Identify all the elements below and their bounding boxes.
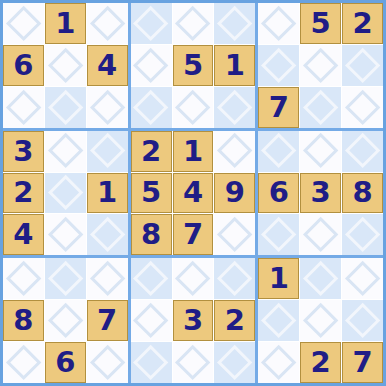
cell-r7c1[interactable] bbox=[3, 258, 44, 299]
cell-r5c9: 8 bbox=[342, 173, 383, 214]
cell-r4c1: 3 bbox=[3, 131, 44, 172]
diamond-icon bbox=[345, 47, 381, 83]
cell-r1c4[interactable] bbox=[131, 3, 172, 44]
diamond-icon bbox=[133, 345, 169, 381]
cell-r2c7[interactable] bbox=[258, 45, 299, 86]
cell-r9c7[interactable] bbox=[258, 342, 299, 383]
box-r2c2: 2154987 bbox=[131, 131, 256, 256]
sudoku-board: 164515273214215498763887632127 bbox=[0, 0, 386, 386]
cell-r7c8[interactable] bbox=[300, 258, 341, 299]
diamond-icon bbox=[261, 47, 297, 83]
cell-r8c5: 3 bbox=[173, 300, 214, 341]
cell-r8c3: 7 bbox=[87, 300, 128, 341]
diamond-icon bbox=[6, 261, 42, 297]
diamond-icon bbox=[303, 89, 339, 125]
cell-r7c5[interactable] bbox=[173, 258, 214, 299]
cell-r1c7[interactable] bbox=[258, 3, 299, 44]
diamond-icon bbox=[345, 217, 381, 253]
cell-r1c2: 1 bbox=[45, 3, 86, 44]
diamond-icon bbox=[217, 133, 253, 169]
cell-r8c1: 8 bbox=[3, 300, 44, 341]
diamond-icon bbox=[217, 217, 253, 253]
cell-r2c2[interactable] bbox=[45, 45, 86, 86]
cell-r6c5: 7 bbox=[173, 214, 214, 255]
cell-r1c9: 2 bbox=[342, 3, 383, 44]
diamond-icon bbox=[261, 345, 297, 381]
diamond-icon bbox=[133, 89, 169, 125]
cell-r4c7[interactable] bbox=[258, 131, 299, 172]
cell-r5c6: 9 bbox=[214, 173, 255, 214]
diamond-icon bbox=[303, 217, 339, 253]
cell-r9c1[interactable] bbox=[3, 342, 44, 383]
box-r1c2: 51 bbox=[131, 3, 256, 128]
box-r2c1: 3214 bbox=[3, 131, 128, 256]
cell-r5c7: 6 bbox=[258, 173, 299, 214]
diamond-icon bbox=[89, 345, 125, 381]
cell-r4c5: 1 bbox=[173, 131, 214, 172]
cell-r3c6[interactable] bbox=[214, 87, 255, 128]
box-r1c3: 527 bbox=[258, 3, 383, 128]
cell-r4c6[interactable] bbox=[214, 131, 255, 172]
cell-r9c6[interactable] bbox=[214, 342, 255, 383]
diamond-icon bbox=[47, 133, 83, 169]
diamond-icon bbox=[89, 6, 125, 42]
cell-r6c4: 8 bbox=[131, 214, 172, 255]
diamond-icon bbox=[261, 6, 297, 42]
cell-r1c1[interactable] bbox=[3, 3, 44, 44]
cell-r1c3[interactable] bbox=[87, 3, 128, 44]
diamond-icon bbox=[345, 303, 381, 339]
diamond-icon bbox=[133, 47, 169, 83]
cell-r6c1: 4 bbox=[3, 214, 44, 255]
box-r2c3: 638 bbox=[258, 131, 383, 256]
cell-r8c4[interactable] bbox=[131, 300, 172, 341]
diamond-icon bbox=[303, 303, 339, 339]
cell-r3c2[interactable] bbox=[45, 87, 86, 128]
box-r3c2: 32 bbox=[131, 258, 256, 383]
cell-r5c4: 5 bbox=[131, 173, 172, 214]
cell-r2c6: 1 bbox=[214, 45, 255, 86]
cell-r4c9[interactable] bbox=[342, 131, 383, 172]
diamond-icon bbox=[133, 6, 169, 42]
cell-r5c1: 2 bbox=[3, 173, 44, 214]
diamond-icon bbox=[303, 133, 339, 169]
cell-r6c6[interactable] bbox=[214, 214, 255, 255]
cell-r7c4[interactable] bbox=[131, 258, 172, 299]
diamond-icon bbox=[261, 217, 297, 253]
cell-r3c8[interactable] bbox=[300, 87, 341, 128]
diamond-icon bbox=[6, 89, 42, 125]
cell-r6c9[interactable] bbox=[342, 214, 383, 255]
cell-r5c3: 1 bbox=[87, 173, 128, 214]
diamond-icon bbox=[89, 133, 125, 169]
diamond-icon bbox=[217, 261, 253, 297]
diamond-icon bbox=[345, 261, 381, 297]
cell-r1c8: 5 bbox=[300, 3, 341, 44]
cell-r7c7: 1 bbox=[258, 258, 299, 299]
diamond-icon bbox=[47, 175, 83, 211]
cell-r9c3[interactable] bbox=[87, 342, 128, 383]
diamond-icon bbox=[47, 217, 83, 253]
diamond-icon bbox=[47, 47, 83, 83]
cell-r1c6[interactable] bbox=[214, 3, 255, 44]
diamond-icon bbox=[175, 6, 211, 42]
diamond-icon bbox=[133, 261, 169, 297]
cell-r9c2: 6 bbox=[45, 342, 86, 383]
cell-r2c5: 5 bbox=[173, 45, 214, 86]
diamond-icon bbox=[261, 303, 297, 339]
cell-r2c3: 4 bbox=[87, 45, 128, 86]
diamond-icon bbox=[345, 133, 381, 169]
diamond-icon bbox=[6, 6, 42, 42]
diamond-icon bbox=[345, 89, 381, 125]
cell-r9c9: 7 bbox=[342, 342, 383, 383]
diamond-icon bbox=[47, 303, 83, 339]
cell-r5c8: 3 bbox=[300, 173, 341, 214]
diamond-icon bbox=[217, 89, 253, 125]
cell-r9c4[interactable] bbox=[131, 342, 172, 383]
cell-r5c2[interactable] bbox=[45, 173, 86, 214]
cell-r8c8[interactable] bbox=[300, 300, 341, 341]
diamond-icon bbox=[133, 303, 169, 339]
cell-r8c6: 2 bbox=[214, 300, 255, 341]
cell-r3c7: 7 bbox=[258, 87, 299, 128]
cell-r6c2[interactable] bbox=[45, 214, 86, 255]
cell-r3c1[interactable] bbox=[3, 87, 44, 128]
cell-r7c2[interactable] bbox=[45, 258, 86, 299]
cell-r9c5[interactable] bbox=[173, 342, 214, 383]
cell-r3c9[interactable] bbox=[342, 87, 383, 128]
cell-r4c4: 2 bbox=[131, 131, 172, 172]
cell-r7c3[interactable] bbox=[87, 258, 128, 299]
cell-r4c3[interactable] bbox=[87, 131, 128, 172]
diamond-icon bbox=[175, 345, 211, 381]
cell-r1c5[interactable] bbox=[173, 3, 214, 44]
diamond-icon bbox=[175, 261, 211, 297]
cell-r6c3[interactable] bbox=[87, 214, 128, 255]
diamond-icon bbox=[47, 89, 83, 125]
diamond-icon bbox=[6, 345, 42, 381]
diamond-icon bbox=[217, 345, 253, 381]
diamond-icon bbox=[261, 133, 297, 169]
diamond-icon bbox=[303, 261, 339, 297]
diamond-icon bbox=[303, 47, 339, 83]
cell-r2c4[interactable] bbox=[131, 45, 172, 86]
cell-r8c7[interactable] bbox=[258, 300, 299, 341]
cell-r2c1: 6 bbox=[3, 45, 44, 86]
cell-r3c3[interactable] bbox=[87, 87, 128, 128]
cell-r8c2[interactable] bbox=[45, 300, 86, 341]
cell-r9c8: 2 bbox=[300, 342, 341, 383]
cell-r4c8[interactable] bbox=[300, 131, 341, 172]
diamond-icon bbox=[175, 89, 211, 125]
cell-r5c5: 4 bbox=[173, 173, 214, 214]
diamond-icon bbox=[89, 261, 125, 297]
cell-r2c9[interactable] bbox=[342, 45, 383, 86]
cell-r3c4[interactable] bbox=[131, 87, 172, 128]
cell-r2c8[interactable] bbox=[300, 45, 341, 86]
diamond-icon bbox=[89, 217, 125, 253]
diamond-icon bbox=[47, 261, 83, 297]
cell-r7c6[interactable] bbox=[214, 258, 255, 299]
cell-r3c5[interactable] bbox=[173, 87, 214, 128]
cell-r4c2[interactable] bbox=[45, 131, 86, 172]
box-r3c1: 876 bbox=[3, 258, 128, 383]
box-r1c1: 164 bbox=[3, 3, 128, 128]
cell-r7c9[interactable] bbox=[342, 258, 383, 299]
cell-r6c7[interactable] bbox=[258, 214, 299, 255]
cell-r6c8[interactable] bbox=[300, 214, 341, 255]
cell-r8c9[interactable] bbox=[342, 300, 383, 341]
diamond-icon bbox=[217, 6, 253, 42]
box-r3c3: 127 bbox=[258, 258, 383, 383]
diamond-icon bbox=[89, 89, 125, 125]
